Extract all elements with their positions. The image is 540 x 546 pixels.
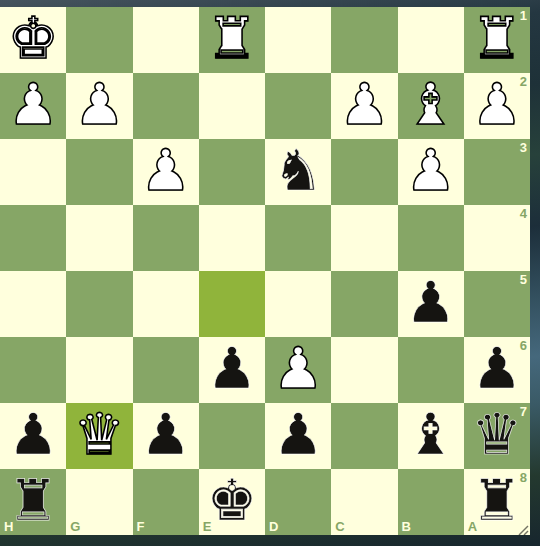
file-label-e: e xyxy=(203,519,212,534)
square-c1[interactable] xyxy=(331,7,397,73)
square-e8[interactable]: ♚e xyxy=(199,469,265,535)
square-c6[interactable] xyxy=(331,337,397,403)
square-h8[interactable]: ♜h xyxy=(0,469,66,535)
file-label-f: f xyxy=(137,519,145,534)
square-b7[interactable]: ♝ xyxy=(398,403,464,469)
piece-black-pawn[interactable]: ♟ xyxy=(405,274,456,331)
square-c3[interactable] xyxy=(331,139,397,205)
square-e3[interactable] xyxy=(199,139,265,205)
chess-board: ♚♜♜1♟♟♟♝♟2♟♞♟34♟5♟♟♟6♟♛♟♟♝♛7♜hgf♚edcb♜a8 xyxy=(0,7,530,535)
piece-black-pawn[interactable]: ♟ xyxy=(140,406,191,463)
square-e1[interactable]: ♜ xyxy=(199,7,265,73)
piece-white-pawn[interactable]: ♟ xyxy=(8,76,59,133)
square-e7[interactable] xyxy=(199,403,265,469)
square-e4[interactable] xyxy=(199,205,265,271)
piece-white-pawn[interactable]: ♟ xyxy=(405,142,456,199)
square-a6[interactable]: ♟6 xyxy=(464,337,530,403)
piece-black-king[interactable]: ♚ xyxy=(206,472,257,529)
piece-black-pawn[interactable]: ♟ xyxy=(273,406,324,463)
square-f1[interactable] xyxy=(133,7,199,73)
rank-label-2: 2 xyxy=(520,74,527,89)
square-h3[interactable] xyxy=(0,139,66,205)
piece-white-pawn[interactable]: ♟ xyxy=(74,76,125,133)
square-b6[interactable] xyxy=(398,337,464,403)
piece-white-king[interactable]: ♚ xyxy=(8,10,59,67)
square-b2[interactable]: ♝ xyxy=(398,73,464,139)
piece-black-pawn[interactable]: ♟ xyxy=(471,340,522,397)
square-c8[interactable]: c xyxy=(331,469,397,535)
piece-black-pawn[interactable]: ♟ xyxy=(206,340,257,397)
square-e5[interactable] xyxy=(199,271,265,337)
rank-label-4: 4 xyxy=(520,206,527,221)
square-f2[interactable] xyxy=(133,73,199,139)
square-g5[interactable] xyxy=(66,271,132,337)
piece-black-rook[interactable]: ♜ xyxy=(471,472,522,529)
square-c4[interactable] xyxy=(331,205,397,271)
rank-label-7: 7 xyxy=(520,404,527,419)
piece-black-rook[interactable]: ♜ xyxy=(8,472,59,529)
square-f8[interactable]: f xyxy=(133,469,199,535)
square-c7[interactable] xyxy=(331,403,397,469)
square-d3[interactable]: ♞ xyxy=(265,139,331,205)
square-b4[interactable] xyxy=(398,205,464,271)
rank-label-1: 1 xyxy=(520,8,527,23)
piece-black-bishop[interactable]: ♝ xyxy=(405,406,456,463)
piece-white-pawn[interactable]: ♟ xyxy=(273,340,324,397)
square-a1[interactable]: ♜1 xyxy=(464,7,530,73)
piece-white-rook[interactable]: ♜ xyxy=(471,10,522,67)
square-e2[interactable] xyxy=(199,73,265,139)
square-h2[interactable]: ♟ xyxy=(0,73,66,139)
file-label-b: b xyxy=(402,519,411,534)
square-h7[interactable]: ♟ xyxy=(0,403,66,469)
board-resize-handle-icon[interactable] xyxy=(517,522,529,534)
square-f3[interactable]: ♟ xyxy=(133,139,199,205)
piece-white-pawn[interactable]: ♟ xyxy=(339,76,390,133)
square-g1[interactable] xyxy=(66,7,132,73)
square-b3[interactable]: ♟ xyxy=(398,139,464,205)
rank-label-8: 8 xyxy=(520,470,527,485)
file-label-g: g xyxy=(70,519,80,534)
square-f7[interactable]: ♟ xyxy=(133,403,199,469)
file-label-d: d xyxy=(269,519,278,534)
piece-white-pawn[interactable]: ♟ xyxy=(140,142,191,199)
square-d6[interactable]: ♟ xyxy=(265,337,331,403)
square-f4[interactable] xyxy=(133,205,199,271)
piece-white-pawn[interactable]: ♟ xyxy=(471,76,522,133)
square-a3[interactable]: 3 xyxy=(464,139,530,205)
rank-label-5: 5 xyxy=(520,272,527,287)
square-a7[interactable]: ♛7 xyxy=(464,403,530,469)
square-a2[interactable]: ♟2 xyxy=(464,73,530,139)
piece-black-knight[interactable]: ♞ xyxy=(273,142,324,199)
square-b8[interactable]: b xyxy=(398,469,464,535)
square-h6[interactable] xyxy=(0,337,66,403)
file-label-h: h xyxy=(4,519,13,534)
square-a5[interactable]: 5 xyxy=(464,271,530,337)
square-e6[interactable]: ♟ xyxy=(199,337,265,403)
file-label-a: a xyxy=(468,519,477,534)
square-d8[interactable]: d xyxy=(265,469,331,535)
square-g4[interactable] xyxy=(66,205,132,271)
square-h5[interactable] xyxy=(0,271,66,337)
piece-black-queen[interactable]: ♛ xyxy=(471,406,522,463)
square-b1[interactable] xyxy=(398,7,464,73)
square-h1[interactable]: ♚ xyxy=(0,7,66,73)
square-g6[interactable] xyxy=(66,337,132,403)
rank-label-6: 6 xyxy=(520,338,527,353)
piece-white-queen[interactable]: ♛ xyxy=(74,406,125,463)
square-c2[interactable]: ♟ xyxy=(331,73,397,139)
square-d7[interactable]: ♟ xyxy=(265,403,331,469)
square-f5[interactable] xyxy=(133,271,199,337)
square-d1[interactable] xyxy=(265,7,331,73)
square-h4[interactable] xyxy=(0,205,66,271)
square-c5[interactable] xyxy=(331,271,397,337)
square-g7[interactable]: ♛ xyxy=(66,403,132,469)
square-b5[interactable]: ♟ xyxy=(398,271,464,337)
square-a4[interactable]: 4 xyxy=(464,205,530,271)
piece-black-pawn[interactable]: ♟ xyxy=(8,406,59,463)
rank-label-3: 3 xyxy=(520,140,527,155)
square-f6[interactable] xyxy=(133,337,199,403)
piece-white-rook[interactable]: ♜ xyxy=(206,10,257,67)
square-g2[interactable]: ♟ xyxy=(66,73,132,139)
square-d2[interactable] xyxy=(265,73,331,139)
square-d5[interactable] xyxy=(265,271,331,337)
square-g8[interactable]: g xyxy=(66,469,132,535)
file-label-c: c xyxy=(335,519,344,534)
square-g3[interactable] xyxy=(66,139,132,205)
square-d4[interactable] xyxy=(265,205,331,271)
piece-white-bishop[interactable]: ♝ xyxy=(405,76,456,133)
